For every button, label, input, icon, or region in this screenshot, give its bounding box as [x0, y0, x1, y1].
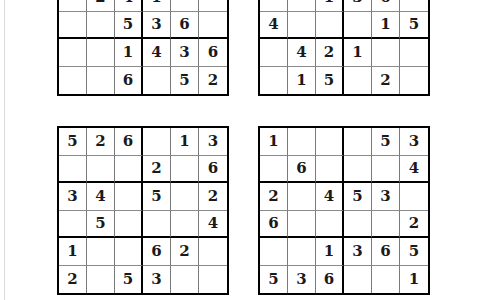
sudoku-cell-empty: [59, 12, 87, 40]
sudoku-cell-given: 6: [199, 156, 227, 184]
sudoku-cell-given: 2: [87, 0, 115, 12]
sudoku-cell-empty: [115, 238, 143, 266]
sudoku-cell-given: 1: [316, 238, 344, 266]
sudoku-cell-given: 3: [143, 266, 171, 294]
sudoku-cell-given: 5: [316, 67, 344, 95]
sudoku-cell-empty: [260, 156, 288, 184]
sudoku-cell-empty: [400, 0, 428, 12]
sudoku-cell-given: 5: [372, 128, 400, 156]
sudoku-cell-given: 2: [316, 39, 344, 67]
sudoku-cell-empty: [288, 12, 316, 40]
sudoku-cell-given: 1: [143, 0, 171, 12]
sudoku-cell-given: 1: [171, 128, 199, 156]
sudoku-cell-empty: [59, 156, 87, 184]
sudoku-cell-given: 3: [143, 12, 171, 40]
sudoku-cell-given: 2: [400, 211, 428, 239]
sudoku-cell-empty: [372, 156, 400, 184]
sudoku-cell-given: 5: [115, 266, 143, 294]
sudoku-cell-empty: [59, 211, 87, 239]
sudoku-cell-empty: [260, 67, 288, 95]
sudoku-cell-empty: [400, 67, 428, 95]
sudoku-cell-empty: [344, 211, 372, 239]
sudoku-cell-empty: [87, 238, 115, 266]
sudoku-cell-given: 6: [372, 238, 400, 266]
sudoku-cell-given: 6: [372, 0, 400, 12]
sudoku-cell-empty: [260, 238, 288, 266]
sudoku-cell-empty: [171, 183, 199, 211]
sudoku-grid-bottom-right: 1536424536213655361: [258, 126, 430, 295]
sudoku-cell-given: 3: [400, 128, 428, 156]
sudoku-cell-empty: [87, 67, 115, 95]
sudoku-worksheet: 2415361436652 136415421152 5261326345254…: [0, 0, 500, 300]
sudoku-cell-empty: [344, 266, 372, 294]
page-margin-line: [4, 0, 5, 300]
sudoku-cell-given: 1: [372, 12, 400, 40]
sudoku-grid-bottom-left: 5261326345254162253: [57, 126, 229, 295]
sudoku-cell-given: 2: [171, 238, 199, 266]
sudoku-cell-empty: [372, 39, 400, 67]
sudoku-cell-empty: [143, 67, 171, 95]
sudoku-cell-given: 5: [115, 12, 143, 40]
sudoku-cell-given: 2: [143, 156, 171, 184]
sudoku-cell-empty: [400, 39, 428, 67]
sudoku-cell-given: 1: [316, 0, 344, 12]
sudoku-cell-empty: [344, 67, 372, 95]
sudoku-cell-empty: [199, 238, 227, 266]
sudoku-grid-top-left: 2415361436652: [57, 0, 229, 96]
sudoku-cell-empty: [288, 0, 316, 12]
sudoku-cell-given: 6: [143, 238, 171, 266]
sudoku-cell-empty: [171, 211, 199, 239]
sudoku-cell-empty: [316, 156, 344, 184]
sudoku-cell-given: 1: [288, 67, 316, 95]
sudoku-cell-empty: [344, 12, 372, 40]
sudoku-cell-given: 6: [115, 128, 143, 156]
sudoku-cell-given: 3: [372, 183, 400, 211]
sudoku-cell-given: 1: [400, 266, 428, 294]
sudoku-cell-empty: [171, 156, 199, 184]
sudoku-cell-given: 3: [288, 266, 316, 294]
sudoku-cell-empty: [199, 266, 227, 294]
sudoku-cell-given: 2: [199, 67, 227, 95]
sudoku-cell-given: 4: [143, 39, 171, 67]
sudoku-cell-given: 1: [115, 39, 143, 67]
sudoku-cell-given: 6: [260, 211, 288, 239]
sudoku-cell-given: 2: [260, 183, 288, 211]
sudoku-cell-empty: [316, 211, 344, 239]
sudoku-cell-empty: [316, 128, 344, 156]
sudoku-cell-given: 4: [316, 183, 344, 211]
sudoku-cell-empty: [260, 0, 288, 12]
sudoku-cell-given: 3: [344, 238, 372, 266]
sudoku-cell-given: 4: [199, 211, 227, 239]
sudoku-cell-given: 4: [87, 183, 115, 211]
sudoku-cell-empty: [171, 266, 199, 294]
sudoku-cell-given: 1: [59, 238, 87, 266]
sudoku-cell-empty: [115, 156, 143, 184]
sudoku-cell-empty: [143, 211, 171, 239]
sudoku-cell-given: 3: [59, 183, 87, 211]
sudoku-cell-empty: [316, 12, 344, 40]
sudoku-cell-given: 2: [199, 183, 227, 211]
sudoku-cell-empty: [199, 12, 227, 40]
sudoku-cell-given: 3: [199, 128, 227, 156]
sudoku-cell-given: 6: [115, 67, 143, 95]
sudoku-cell-empty: [288, 238, 316, 266]
sudoku-cell-empty: [288, 211, 316, 239]
sudoku-cell-empty: [59, 39, 87, 67]
sudoku-cell-empty: [87, 156, 115, 184]
sudoku-cell-given: 1: [260, 128, 288, 156]
sudoku-cell-given: 5: [143, 183, 171, 211]
sudoku-cell-given: 3: [344, 0, 372, 12]
sudoku-cell-given: 4: [260, 12, 288, 40]
sudoku-cell-empty: [87, 266, 115, 294]
sudoku-cell-empty: [400, 183, 428, 211]
sudoku-cell-empty: [372, 211, 400, 239]
sudoku-cell-empty: [199, 0, 227, 12]
sudoku-cell-given: 6: [171, 12, 199, 40]
sudoku-cell-empty: [115, 183, 143, 211]
sudoku-cell-empty: [143, 128, 171, 156]
sudoku-cell-given: 1: [344, 39, 372, 67]
sudoku-cell-given: 6: [316, 266, 344, 294]
sudoku-cell-empty: [171, 0, 199, 12]
sudoku-cell-empty: [87, 12, 115, 40]
sudoku-cell-empty: [260, 39, 288, 67]
sudoku-cell-given: 5: [59, 128, 87, 156]
sudoku-cell-empty: [344, 128, 372, 156]
sudoku-cell-given: 6: [288, 156, 316, 184]
sudoku-cell-given: 4: [288, 39, 316, 67]
sudoku-cell-given: 5: [260, 266, 288, 294]
sudoku-cell-given: 2: [372, 67, 400, 95]
sudoku-cell-given: 5: [400, 238, 428, 266]
sudoku-cell-empty: [115, 211, 143, 239]
sudoku-cell-given: 4: [400, 156, 428, 184]
sudoku-cell-empty: [288, 183, 316, 211]
sudoku-cell-empty: [87, 39, 115, 67]
sudoku-cell-given: 5: [87, 211, 115, 239]
sudoku-grid-top-right: 136415421152: [258, 0, 430, 96]
sudoku-cell-empty: [344, 156, 372, 184]
sudoku-cell-given: 3: [171, 39, 199, 67]
sudoku-cell-given: 5: [400, 12, 428, 40]
sudoku-cell-given: 5: [344, 183, 372, 211]
sudoku-cell-given: 4: [115, 0, 143, 12]
sudoku-cell-empty: [59, 0, 87, 12]
sudoku-cell-given: 5: [171, 67, 199, 95]
sudoku-cell-given: 6: [199, 39, 227, 67]
sudoku-cell-empty: [372, 266, 400, 294]
sudoku-cell-given: 2: [87, 128, 115, 156]
sudoku-cell-given: 2: [59, 266, 87, 294]
sudoku-cell-empty: [288, 128, 316, 156]
sudoku-cell-empty: [59, 67, 87, 95]
